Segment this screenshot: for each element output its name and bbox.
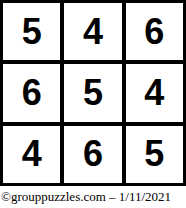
cell-r2c3: 4 [126, 64, 183, 121]
cell-r3c2: 6 [64, 126, 121, 183]
cell-r1c2: 4 [64, 3, 121, 60]
copyright-text: ©grouppuzzles.com – 1/11/2021 [1, 189, 171, 204]
copyright-caption: ©grouppuzzles.com – 1/11/2021 [1, 189, 171, 207]
puzzle-image: 5 4 6 6 5 4 4 6 5 ©grouppuzzles.com – 1/… [0, 0, 186, 208]
cell-r1c1: 5 [3, 3, 60, 60]
cell-r2c2: 5 [64, 64, 121, 121]
tictac-board: 5 4 6 6 5 4 4 6 5 [0, 0, 186, 186]
cell-r3c1: 4 [3, 126, 60, 183]
cell-r1c3: 6 [126, 3, 183, 60]
cell-r3c3: 5 [126, 126, 183, 183]
cell-r2c1: 6 [3, 64, 60, 121]
